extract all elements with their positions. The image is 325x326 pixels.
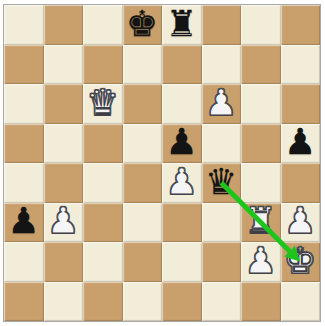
square-b7[interactable] [44, 45, 84, 85]
square-c4[interactable] [83, 163, 123, 203]
square-h4[interactable] [281, 163, 321, 203]
white-queen[interactable]: ♛ [87, 85, 119, 121]
square-d8[interactable]: ♚ [123, 5, 163, 45]
square-f8[interactable] [202, 5, 242, 45]
square-g5[interactable] [241, 124, 281, 164]
square-h1[interactable] [281, 282, 321, 322]
black-rook[interactable]: ♜ [166, 6, 198, 42]
black-pawn[interactable]: ♟ [8, 203, 40, 239]
square-c2[interactable] [83, 242, 123, 282]
square-e8[interactable]: ♜ [162, 5, 202, 45]
white-pawn[interactable]: ♟ [205, 85, 237, 121]
square-a2[interactable] [4, 242, 44, 282]
square-d6[interactable] [123, 84, 163, 124]
square-f7[interactable] [202, 45, 242, 85]
square-a7[interactable] [4, 45, 44, 85]
square-e3[interactable] [162, 203, 202, 243]
square-a6[interactable] [4, 84, 44, 124]
square-b1[interactable] [44, 282, 84, 322]
chess-board: ♚♜♛♟♟♟♟♛♟♟♜♟♟♚ [4, 5, 320, 321]
black-pawn[interactable]: ♟ [284, 124, 316, 160]
square-c8[interactable] [83, 5, 123, 45]
square-b5[interactable] [44, 124, 84, 164]
square-d1[interactable] [123, 282, 163, 322]
square-b6[interactable] [44, 84, 84, 124]
square-f3[interactable] [202, 203, 242, 243]
square-d4[interactable] [123, 163, 163, 203]
white-pawn[interactable]: ♟ [245, 243, 277, 279]
square-e4[interactable]: ♟ [162, 163, 202, 203]
square-b3[interactable]: ♟ [44, 203, 84, 243]
square-g6[interactable] [241, 84, 281, 124]
square-b8[interactable] [44, 5, 84, 45]
square-c6[interactable]: ♛ [83, 84, 123, 124]
square-f4[interactable]: ♛ [202, 163, 242, 203]
square-e7[interactable] [162, 45, 202, 85]
square-h5[interactable]: ♟ [281, 124, 321, 164]
square-e6[interactable] [162, 84, 202, 124]
square-h3[interactable]: ♟ [281, 203, 321, 243]
square-a3[interactable]: ♟ [4, 203, 44, 243]
white-pawn[interactable]: ♟ [166, 164, 198, 200]
square-h6[interactable] [281, 84, 321, 124]
black-king[interactable]: ♚ [126, 6, 158, 42]
square-f1[interactable] [202, 282, 242, 322]
square-a8[interactable] [4, 5, 44, 45]
square-g3[interactable]: ♜ [241, 203, 281, 243]
square-g7[interactable] [241, 45, 281, 85]
square-d3[interactable] [123, 203, 163, 243]
square-a1[interactable] [4, 282, 44, 322]
square-d7[interactable] [123, 45, 163, 85]
square-h2[interactable]: ♚ [281, 242, 321, 282]
square-g4[interactable] [241, 163, 281, 203]
square-f6[interactable]: ♟ [202, 84, 242, 124]
white-pawn[interactable]: ♟ [47, 203, 79, 239]
square-g2[interactable]: ♟ [241, 242, 281, 282]
square-c3[interactable] [83, 203, 123, 243]
square-a4[interactable] [4, 163, 44, 203]
square-f5[interactable] [202, 124, 242, 164]
square-b2[interactable] [44, 242, 84, 282]
board-frame: ♚♜♛♟♟♟♟♛♟♟♜♟♟♚ [3, 4, 321, 322]
square-c1[interactable] [83, 282, 123, 322]
square-g1[interactable] [241, 282, 281, 322]
square-b4[interactable] [44, 163, 84, 203]
square-c7[interactable] [83, 45, 123, 85]
black-queen[interactable]: ♛ [205, 164, 237, 200]
square-d5[interactable] [123, 124, 163, 164]
white-pawn[interactable]: ♟ [284, 203, 316, 239]
square-h7[interactable] [281, 45, 321, 85]
square-h8[interactable] [281, 5, 321, 45]
square-a5[interactable] [4, 124, 44, 164]
square-e5[interactable]: ♟ [162, 124, 202, 164]
square-c5[interactable] [83, 124, 123, 164]
square-f2[interactable] [202, 242, 242, 282]
square-e1[interactable] [162, 282, 202, 322]
square-e2[interactable] [162, 242, 202, 282]
square-g8[interactable] [241, 5, 281, 45]
black-pawn[interactable]: ♟ [166, 124, 198, 160]
white-rook[interactable]: ♜ [245, 203, 277, 239]
white-king[interactable]: ♚ [284, 243, 316, 279]
square-d2[interactable] [123, 242, 163, 282]
